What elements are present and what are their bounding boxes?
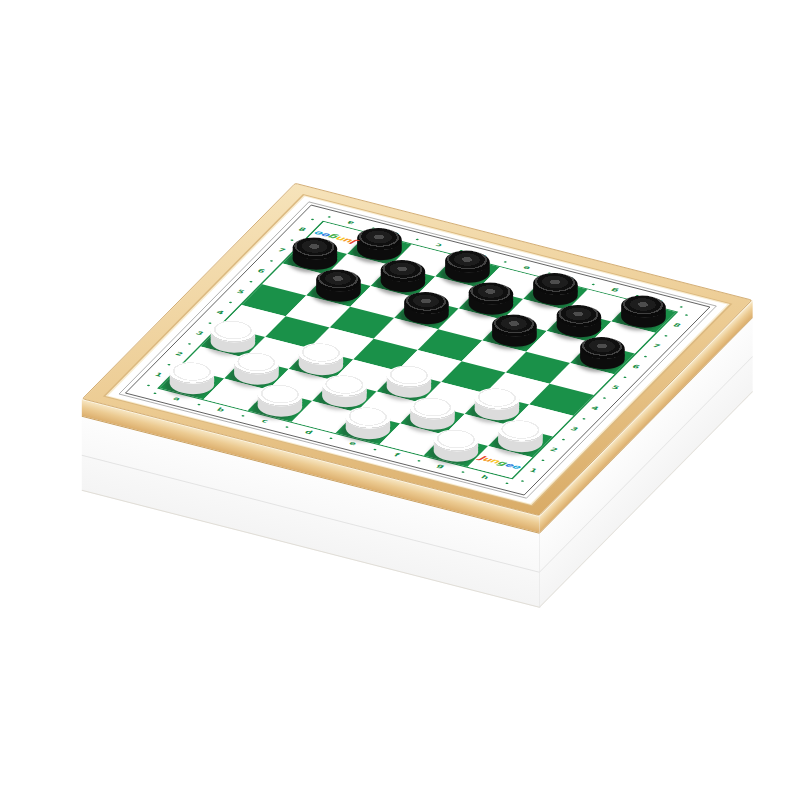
piece-top <box>309 266 368 295</box>
piece-top <box>379 362 438 391</box>
piece-black-b6[interactable] <box>309 276 368 305</box>
piece-top <box>426 426 485 455</box>
piece-top <box>403 394 462 423</box>
piece-top <box>485 311 544 340</box>
piece-top <box>250 381 309 410</box>
piece-black-f6[interactable] <box>485 321 544 350</box>
piece-black-d6[interactable] <box>397 299 456 328</box>
piece-top <box>397 288 456 317</box>
piece-top <box>491 416 550 445</box>
piece-top <box>315 371 374 400</box>
piece-top <box>373 256 432 285</box>
piece-top <box>338 403 397 432</box>
piece-top <box>291 339 350 368</box>
piece-top <box>227 349 286 378</box>
piece-top <box>573 333 632 362</box>
piece-top <box>467 384 526 413</box>
piece-top <box>549 301 608 330</box>
piece-top <box>461 279 520 308</box>
product-scene: aabbccddeeffgghh8877665544332211 Jungee … <box>0 0 800 800</box>
